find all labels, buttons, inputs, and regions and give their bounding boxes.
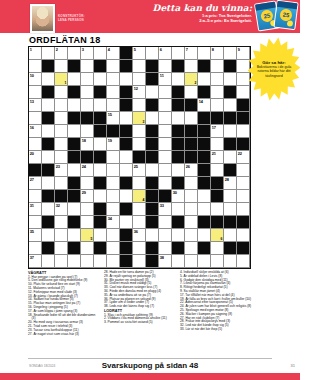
- grid-cell-black: [94, 203, 107, 216]
- grid-cell[interactable]: [237, 229, 250, 242]
- grid-cell-black: [120, 229, 133, 242]
- grid-cell[interactable]: [133, 73, 146, 86]
- grid-cell[interactable]: [68, 203, 81, 216]
- grid-cell[interactable]: [211, 73, 224, 86]
- grid-cell[interactable]: [55, 229, 68, 242]
- grid-cell[interactable]: [55, 138, 68, 151]
- grid-cell[interactable]: [55, 60, 68, 73]
- grid-cell[interactable]: [185, 229, 198, 242]
- grid-cell-black: [55, 190, 68, 203]
- grid-cell[interactable]: 31: [29, 203, 42, 216]
- grid-cell[interactable]: [185, 255, 198, 268]
- grid-cell[interactable]: [159, 125, 172, 138]
- grid-cell[interactable]: [81, 73, 94, 86]
- grid-cell-yellow[interactable]: 1: [55, 73, 68, 86]
- grid-cell-black: [94, 112, 107, 125]
- grid-cell[interactable]: [107, 151, 120, 164]
- grid-cell[interactable]: [159, 242, 172, 255]
- grid-cell[interactable]: [42, 255, 55, 268]
- grid-cell[interactable]: 13: [29, 99, 42, 112]
- grid-cell[interactable]: [42, 177, 55, 190]
- grid-cell[interactable]: [211, 86, 224, 99]
- grid-cell-black: [224, 242, 237, 255]
- grid-cell-black: [172, 125, 185, 138]
- grid-cell[interactable]: [224, 151, 237, 164]
- grid-cell[interactable]: [29, 86, 42, 99]
- grid-cell[interactable]: [159, 151, 172, 164]
- grid-cell-black: [198, 164, 211, 177]
- clue-number: 26: [186, 164, 190, 169]
- grid-cell[interactable]: [94, 164, 107, 177]
- grid-cell[interactable]: [81, 255, 94, 268]
- grid-cell-black: [94, 216, 107, 229]
- grid-cell[interactable]: [81, 242, 94, 255]
- grid-cell[interactable]: [185, 60, 198, 73]
- grid-cell[interactable]: [198, 190, 211, 203]
- grid-cell[interactable]: [224, 99, 237, 112]
- grid-cell[interactable]: [55, 151, 68, 164]
- grid-cell[interactable]: [159, 164, 172, 177]
- grid-cell[interactable]: [198, 47, 211, 60]
- grid-cell[interactable]: 32: [55, 203, 68, 216]
- grid-cell-yellow[interactable]: 2: [185, 73, 198, 86]
- grid-cell[interactable]: 1: [29, 47, 42, 60]
- grid-cell[interactable]: [120, 151, 133, 164]
- grid-cell[interactable]: [211, 138, 224, 151]
- grid-cell-black: [146, 203, 159, 216]
- grid-cell[interactable]: 19: [107, 138, 120, 151]
- constructor-name: LENA PERSSON: [58, 19, 85, 23]
- prize-headline: Detta kan du vinna:: [140, 3, 252, 13]
- grid-cell[interactable]: [211, 203, 224, 216]
- grid-cell[interactable]: [133, 99, 146, 112]
- grid-cell-black: [237, 112, 250, 125]
- grid-cell[interactable]: [146, 47, 159, 60]
- clue-number: 11: [160, 73, 164, 78]
- grid-cell[interactable]: [172, 164, 185, 177]
- grid-cell[interactable]: [68, 255, 81, 268]
- grid-cell[interactable]: 24: [81, 164, 94, 177]
- grid-cell[interactable]: [185, 216, 198, 229]
- grid-cell[interactable]: [198, 203, 211, 216]
- grid-cell-black: [81, 112, 94, 125]
- grid-cell[interactable]: [211, 60, 224, 73]
- grid-cell-black: [172, 216, 185, 229]
- grid-cell[interactable]: [55, 255, 68, 268]
- grid-cell[interactable]: [159, 86, 172, 99]
- grid-cell[interactable]: [198, 73, 211, 86]
- grid-cell-black: [146, 125, 159, 138]
- grid-cell[interactable]: [159, 112, 172, 125]
- grid-cell[interactable]: [94, 190, 107, 203]
- grid-cell[interactable]: 25: [133, 164, 146, 177]
- grid-cell[interactable]: [94, 47, 107, 60]
- grid-cell[interactable]: [146, 86, 159, 99]
- grid-cell-black: [198, 242, 211, 255]
- clue-item: 33. Lär ut när det kör ihop (5): [180, 328, 252, 332]
- clue-number: 22: [238, 151, 242, 156]
- grid-cell[interactable]: [107, 255, 120, 268]
- grid-cell-black: [68, 112, 81, 125]
- grid-cell[interactable]: 10: [29, 73, 42, 86]
- grid-cell-black: [146, 177, 159, 190]
- grid-cell[interactable]: [133, 255, 146, 268]
- grid-cell[interactable]: 5: [133, 47, 146, 60]
- grid-cell-black: [120, 203, 133, 216]
- grid-cell[interactable]: [81, 86, 94, 99]
- grid-cell[interactable]: [211, 255, 224, 268]
- grid-cell[interactable]: [81, 203, 94, 216]
- grid-cell[interactable]: [29, 216, 42, 229]
- grid-cell[interactable]: [81, 216, 94, 229]
- grid-cell[interactable]: [42, 151, 55, 164]
- grid-cell[interactable]: [172, 73, 185, 86]
- grid-cell[interactable]: [29, 138, 42, 151]
- grid-cell-black: [120, 125, 133, 138]
- grid-cell-black: [224, 112, 237, 125]
- grid-cell[interactable]: [224, 229, 237, 242]
- grid-cell[interactable]: 14: [198, 99, 211, 112]
- grid-cell[interactable]: [185, 203, 198, 216]
- grid-cell[interactable]: [120, 190, 133, 203]
- grid-cell[interactable]: [198, 229, 211, 242]
- grid-cell-black: [42, 242, 55, 255]
- lottery-tickets-graphic: 25 25: [254, 1, 298, 32]
- grid-cell[interactable]: [68, 164, 81, 177]
- clue-number: 37: [30, 255, 34, 260]
- grid-cell[interactable]: [107, 86, 120, 99]
- clue-number: 14: [199, 99, 203, 104]
- clue-lists: VÅGRÄTT1. Har pengar i sanden på spel (7…: [28, 271, 252, 357]
- grid-cell-black: [94, 151, 107, 164]
- grid-cell-black: [224, 216, 237, 229]
- grid-cell[interactable]: [68, 47, 81, 60]
- grid-cell-black: [198, 60, 211, 73]
- clue-number: 27: [30, 177, 34, 182]
- grid-cell[interactable]: 29: [81, 190, 94, 203]
- grid-cell[interactable]: [107, 73, 120, 86]
- grid-cell[interactable]: [94, 229, 107, 242]
- grid-cell[interactable]: [68, 125, 81, 138]
- grid-cell-black: [42, 164, 55, 177]
- grid-cell-black: [120, 177, 133, 190]
- grid-cell[interactable]: [68, 73, 81, 86]
- grid-cell[interactable]: [159, 177, 172, 190]
- grid-cell[interactable]: 18: [81, 138, 94, 151]
- grid-cell[interactable]: [133, 60, 146, 73]
- grid-cell[interactable]: 6: [159, 47, 172, 60]
- grid-cell-black: [29, 164, 42, 177]
- grid-cell[interactable]: [172, 112, 185, 125]
- grid-cell-black: [146, 255, 159, 268]
- grid-cell[interactable]: [94, 73, 107, 86]
- grid-cell-black: [211, 190, 224, 203]
- grid-cell[interactable]: [159, 138, 172, 151]
- grid-cell[interactable]: [107, 164, 120, 177]
- grid-cell-black: [42, 112, 55, 125]
- clue-number: 9: [238, 47, 240, 52]
- grid-cell[interactable]: [107, 177, 120, 190]
- grid-cell[interactable]: [55, 177, 68, 190]
- grid-cell[interactable]: [172, 203, 185, 216]
- grid-cell[interactable]: 3: [81, 47, 94, 60]
- grid-cell-black: [185, 138, 198, 151]
- grid-cell[interactable]: [198, 255, 211, 268]
- grid-cell[interactable]: [29, 60, 42, 73]
- grid-cell[interactable]: [224, 255, 237, 268]
- grid-cell-black: [198, 177, 211, 190]
- grid-cell[interactable]: [120, 164, 133, 177]
- grid-cell-black: [146, 151, 159, 164]
- grid-cell[interactable]: [159, 99, 172, 112]
- footer-divider: [28, 358, 272, 359]
- grid-cell-black: [120, 99, 133, 112]
- grid-cell[interactable]: [185, 190, 198, 203]
- clue-number: 7: [186, 47, 188, 52]
- grid-cell[interactable]: [81, 125, 94, 138]
- grid-cell[interactable]: [146, 164, 159, 177]
- yellow-order-digit: 3: [142, 120, 144, 124]
- grid-cell[interactable]: [94, 138, 107, 151]
- grid-cell[interactable]: [133, 203, 146, 216]
- grid-cell[interactable]: [237, 203, 250, 216]
- grid-cell-black: [81, 151, 94, 164]
- grid-cell-yellow[interactable]: 3: [133, 112, 146, 125]
- grid-cell[interactable]: 4: [107, 47, 120, 60]
- grid-cell[interactable]: [29, 190, 42, 203]
- grid-cell-black: [159, 190, 172, 203]
- page-number: 31: [291, 363, 295, 368]
- grid-cell[interactable]: [81, 177, 94, 190]
- clue-number: 29: [82, 190, 86, 195]
- clue-number: 36: [134, 229, 138, 234]
- grid-cell-black: [120, 60, 133, 73]
- clue-number: 2: [56, 47, 58, 52]
- grid-cell-black: [224, 164, 237, 177]
- grid-cell-yellow[interactable]: 6: [211, 229, 224, 242]
- grid-cell[interactable]: [211, 164, 224, 177]
- grid-cell-black: [237, 216, 250, 229]
- grid-cell[interactable]: 2: [55, 47, 68, 60]
- grid-cell[interactable]: 22: [237, 151, 250, 164]
- yellow-order-digit: 6: [220, 237, 222, 241]
- grid-cell-black: [224, 60, 237, 73]
- grid-cell[interactable]: [42, 73, 55, 86]
- grid-cell[interactable]: [81, 60, 94, 73]
- grid-cell[interactable]: [159, 216, 172, 229]
- instruction-starburst: Gör så här: Bokstäverna i de gula rutorn…: [248, 37, 300, 101]
- grid-cell[interactable]: [133, 138, 146, 151]
- grid-cell[interactable]: [224, 125, 237, 138]
- grid-cell[interactable]: [172, 255, 185, 268]
- grid-cell-black: [172, 138, 185, 151]
- grid-cell-black: [198, 216, 211, 229]
- grid-cell[interactable]: [42, 99, 55, 112]
- grid-cell[interactable]: 11: [159, 73, 172, 86]
- grid-cell[interactable]: 12: [133, 86, 146, 99]
- grid-cell[interactable]: [133, 216, 146, 229]
- grid-cell[interactable]: [107, 190, 120, 203]
- grid-cell[interactable]: [55, 99, 68, 112]
- grid-cell[interactable]: 38: [159, 255, 172, 268]
- grid-cell[interactable]: [94, 99, 107, 112]
- grid-cell-black: [120, 255, 133, 268]
- grid-cell[interactable]: [224, 73, 237, 86]
- grid-cell[interactable]: [107, 229, 120, 242]
- grid-cell[interactable]: [133, 125, 146, 138]
- grid-cell[interactable]: [55, 112, 68, 125]
- grid-cell[interactable]: [224, 203, 237, 216]
- grid-cell-black: [68, 60, 81, 73]
- grid-cell[interactable]: 37: [29, 255, 42, 268]
- grid-cell-black: [94, 242, 107, 255]
- grid-cell[interactable]: [172, 229, 185, 242]
- grid-cell-black: [107, 125, 120, 138]
- grid-cell[interactable]: [120, 73, 133, 86]
- grid-cell-black: [185, 151, 198, 164]
- grid-cell[interactable]: [68, 99, 81, 112]
- grid-cell[interactable]: [237, 190, 250, 203]
- grid-cell[interactable]: [55, 125, 68, 138]
- grid-cell[interactable]: [42, 229, 55, 242]
- grid-cell-black: [68, 138, 81, 151]
- clue-number: 10: [30, 73, 34, 78]
- grid-cell-black: [172, 177, 185, 190]
- grid-cell[interactable]: [29, 242, 42, 255]
- grid-cell[interactable]: [68, 229, 81, 242]
- grid-cell[interactable]: 16: [29, 125, 42, 138]
- clue-number: 8: [212, 47, 214, 52]
- grid-cell-black: [198, 112, 211, 125]
- grid-cell-black: [94, 177, 107, 190]
- grid-cell-black: [146, 190, 159, 203]
- grid-cell[interactable]: 34: [107, 216, 120, 229]
- clue-number: 33: [160, 203, 164, 208]
- grid-cell-black: [68, 177, 81, 190]
- grid-cell[interactable]: [185, 112, 198, 125]
- grid-cell-black: [133, 151, 146, 164]
- clue-number: 18: [82, 138, 86, 143]
- clue-number: 30: [173, 190, 177, 195]
- yellow-order-digit: 4: [142, 198, 144, 202]
- grid-cell-black: [172, 151, 185, 164]
- grid-cell[interactable]: [94, 255, 107, 268]
- grid-cell[interactable]: [42, 47, 55, 60]
- crossword-grid: 1234567891011121213141531617181920212223…: [28, 46, 251, 269]
- grid-cell[interactable]: 20: [29, 151, 42, 164]
- grid-cell[interactable]: [120, 216, 133, 229]
- grid-cell[interactable]: [224, 47, 237, 60]
- grid-cell[interactable]: [172, 47, 185, 60]
- grid-cell-black: [94, 60, 107, 73]
- grid-cell[interactable]: [107, 99, 120, 112]
- constructor-photo: [30, 4, 55, 33]
- grid-cell-yellow[interactable]: 5: [81, 229, 94, 242]
- grid-cell[interactable]: [146, 112, 159, 125]
- grid-cell[interactable]: [224, 190, 237, 203]
- grid-cell-black: [146, 242, 159, 255]
- grid-cell[interactable]: [107, 203, 120, 216]
- clue-number: 1: [30, 47, 32, 52]
- grid-cell[interactable]: 17: [211, 125, 224, 138]
- grid-cell[interactable]: [237, 255, 250, 268]
- clue-number: 12: [134, 86, 138, 91]
- grid-cell[interactable]: [42, 203, 55, 216]
- grid-cell-black: [42, 138, 55, 151]
- grid-cell[interactable]: 36: [133, 229, 146, 242]
- constructor-credit: KONSTRUKTÖR: LENA PERSSON: [58, 15, 85, 23]
- clue-number: 32: [56, 203, 60, 208]
- grid-cell-yellow[interactable]: 4: [133, 190, 146, 203]
- grid-cell-black: [146, 216, 159, 229]
- grid-cell[interactable]: [237, 164, 250, 177]
- grid-cell[interactable]: [237, 177, 250, 190]
- grid-cell[interactable]: [185, 86, 198, 99]
- grid-cell[interactable]: 23: [55, 164, 68, 177]
- grid-cell[interactable]: [133, 242, 146, 255]
- grid-cell[interactable]: 26: [185, 164, 198, 177]
- grid-cell[interactable]: 33: [159, 203, 172, 216]
- grid-cell-black: [198, 86, 211, 99]
- grid-cell[interactable]: [159, 229, 172, 242]
- grid-cell[interactable]: 21: [211, 151, 224, 164]
- grid-cell[interactable]: [133, 177, 146, 190]
- grid-cell[interactable]: [211, 99, 224, 112]
- grid-cell[interactable]: 28: [224, 177, 237, 190]
- grid-cell[interactable]: [185, 242, 198, 255]
- grid-cell[interactable]: 7: [185, 47, 198, 60]
- clue-number: 34: [108, 216, 112, 221]
- grid-cell[interactable]: [42, 125, 55, 138]
- grid-cell[interactable]: 35: [29, 229, 42, 242]
- grid-cell-black: [172, 86, 185, 99]
- grid-cell[interactable]: [120, 112, 133, 125]
- grid-cell[interactable]: [159, 60, 172, 73]
- grid-cell[interactable]: [55, 216, 68, 229]
- clue-number: 24: [82, 164, 86, 169]
- grid-cell-black: [68, 190, 81, 203]
- grid-cell[interactable]: [146, 229, 159, 242]
- grid-cell-black: [42, 60, 55, 73]
- grid-cell[interactable]: [107, 60, 120, 73]
- grid-cell-black: [146, 99, 159, 112]
- grid-cell[interactable]: [55, 86, 68, 99]
- grid-cell-black: [198, 125, 211, 138]
- grid-cell[interactable]: [107, 242, 120, 255]
- sun-icon: [287, 20, 294, 27]
- grid-cell[interactable]: 27: [29, 177, 42, 190]
- grid-cell[interactable]: 30: [172, 190, 185, 203]
- grid-cell-black: [211, 112, 224, 125]
- grid-cell[interactable]: [185, 177, 198, 190]
- grid-cell[interactable]: [211, 242, 224, 255]
- grid-cell[interactable]: 8: [211, 47, 224, 60]
- grid-cell-black: [68, 151, 81, 164]
- grid-cell-black: [94, 125, 107, 138]
- yellow-order-digit: 5: [90, 237, 92, 241]
- grid-cell[interactable]: [81, 99, 94, 112]
- grid-cell[interactable]: [29, 112, 42, 125]
- clue-number: 23: [56, 164, 60, 169]
- clue-number: 20: [30, 151, 34, 156]
- clue-column-mixed-2: 28. Hade en för torra damer på (2)29. Är…: [104, 271, 176, 357]
- page-title: ORDFLÄTAN 18: [29, 35, 100, 45]
- grid-cell[interactable]: [55, 242, 68, 255]
- grid-cell[interactable]: 15: [107, 112, 120, 125]
- clue-number: 35: [30, 229, 34, 234]
- grid-cell[interactable]: [237, 125, 250, 138]
- grid-cell-black: [120, 47, 133, 60]
